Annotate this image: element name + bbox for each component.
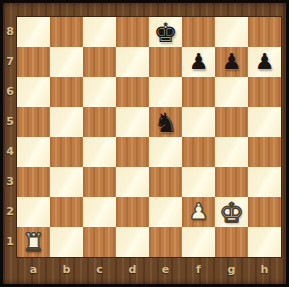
square-g2[interactable]: ♚ xyxy=(215,197,248,227)
square-d3[interactable] xyxy=(116,167,149,197)
square-h2[interactable] xyxy=(248,197,281,227)
square-h8[interactable] xyxy=(248,17,281,47)
chess-board-screenshot: 87654321 ♚♟♟♟♞♟♚♜ abcdefgh xyxy=(0,0,289,287)
black-pawn[interactable]: ♟ xyxy=(189,51,209,73)
file-label-f: f xyxy=(182,257,215,284)
square-d8[interactable] xyxy=(116,17,149,47)
square-g3[interactable] xyxy=(215,167,248,197)
square-b5[interactable] xyxy=(50,107,83,137)
square-d5[interactable] xyxy=(116,107,149,137)
rank-label-6: 6 xyxy=(3,77,17,107)
file-label-d: d xyxy=(116,257,149,284)
black-knight[interactable]: ♞ xyxy=(153,109,177,136)
square-e7[interactable] xyxy=(149,47,182,77)
square-b3[interactable] xyxy=(50,167,83,197)
rank-label-4: 4 xyxy=(3,137,17,167)
square-g4[interactable] xyxy=(215,137,248,167)
square-h6[interactable] xyxy=(248,77,281,107)
white-king[interactable]: ♚ xyxy=(219,199,243,226)
square-a5[interactable] xyxy=(17,107,50,137)
file-label-e: e xyxy=(149,257,182,284)
square-c4[interactable] xyxy=(83,137,116,167)
square-e6[interactable] xyxy=(149,77,182,107)
square-e1[interactable] xyxy=(149,227,182,257)
rank-label-3: 3 xyxy=(3,167,17,197)
rank-label-2: 2 xyxy=(3,197,17,227)
square-g5[interactable] xyxy=(215,107,248,137)
rank-label-8: 8 xyxy=(3,17,17,47)
square-g8[interactable] xyxy=(215,17,248,47)
file-label-b: b xyxy=(50,257,83,284)
square-h4[interactable] xyxy=(248,137,281,167)
square-b8[interactable] xyxy=(50,17,83,47)
square-g7[interactable]: ♟ xyxy=(215,47,248,77)
square-f8[interactable] xyxy=(182,17,215,47)
square-c1[interactable] xyxy=(83,227,116,257)
white-rook[interactable]: ♜ xyxy=(22,230,44,255)
square-g6[interactable] xyxy=(215,77,248,107)
square-f4[interactable] xyxy=(182,137,215,167)
square-a4[interactable] xyxy=(17,137,50,167)
square-c7[interactable] xyxy=(83,47,116,77)
square-h3[interactable] xyxy=(248,167,281,197)
square-e2[interactable] xyxy=(149,197,182,227)
square-c3[interactable] xyxy=(83,167,116,197)
square-e8[interactable]: ♚ xyxy=(149,17,182,47)
square-e3[interactable] xyxy=(149,167,182,197)
square-a8[interactable] xyxy=(17,17,50,47)
file-labels: abcdefgh xyxy=(17,257,281,284)
square-b4[interactable] xyxy=(50,137,83,167)
square-f3[interactable] xyxy=(182,167,215,197)
square-d6[interactable] xyxy=(116,77,149,107)
square-e5[interactable]: ♞ xyxy=(149,107,182,137)
square-a2[interactable] xyxy=(17,197,50,227)
square-d2[interactable] xyxy=(116,197,149,227)
square-b1[interactable] xyxy=(50,227,83,257)
square-b7[interactable] xyxy=(50,47,83,77)
black-pawn[interactable]: ♟ xyxy=(222,51,242,73)
square-c8[interactable] xyxy=(83,17,116,47)
square-h5[interactable] xyxy=(248,107,281,137)
square-d7[interactable] xyxy=(116,47,149,77)
square-c6[interactable] xyxy=(83,77,116,107)
file-label-a: a xyxy=(17,257,50,284)
rank-labels: 87654321 xyxy=(3,17,17,257)
square-f7[interactable]: ♟ xyxy=(182,47,215,77)
rank-label-5: 5 xyxy=(3,107,17,137)
square-e4[interactable] xyxy=(149,137,182,167)
square-g1[interactable] xyxy=(215,227,248,257)
chess-board[interactable]: ♚♟♟♟♞♟♚♜ xyxy=(17,17,281,257)
rank-label-1: 1 xyxy=(3,227,17,257)
square-a1[interactable]: ♜ xyxy=(17,227,50,257)
square-b6[interactable] xyxy=(50,77,83,107)
square-f2[interactable]: ♟ xyxy=(182,197,215,227)
square-d4[interactable] xyxy=(116,137,149,167)
black-pawn[interactable]: ♟ xyxy=(255,51,275,73)
square-f5[interactable] xyxy=(182,107,215,137)
square-h1[interactable] xyxy=(248,227,281,257)
black-king[interactable]: ♚ xyxy=(153,19,177,46)
square-b2[interactable] xyxy=(50,197,83,227)
square-c5[interactable] xyxy=(83,107,116,137)
square-a7[interactable] xyxy=(17,47,50,77)
file-label-g: g xyxy=(215,257,248,284)
file-label-h: h xyxy=(248,257,281,284)
file-label-c: c xyxy=(83,257,116,284)
square-a6[interactable] xyxy=(17,77,50,107)
square-f6[interactable] xyxy=(182,77,215,107)
square-c2[interactable] xyxy=(83,197,116,227)
rank-label-7: 7 xyxy=(3,47,17,77)
square-a3[interactable] xyxy=(17,167,50,197)
square-f1[interactable] xyxy=(182,227,215,257)
square-d1[interactable] xyxy=(116,227,149,257)
white-pawn[interactable]: ♟ xyxy=(189,201,209,223)
square-h7[interactable]: ♟ xyxy=(248,47,281,77)
